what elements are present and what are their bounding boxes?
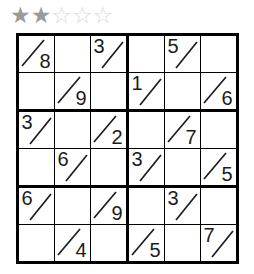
- slash-icon: [176, 42, 197, 68]
- star-filled-icon: ★: [10, 0, 31, 30]
- clue-graphic: 9: [91, 188, 126, 224]
- clue-digit: 3: [167, 188, 178, 209]
- cell-r4c5[interactable]: [165, 149, 201, 188]
- clue-digit: 5: [221, 163, 232, 185]
- clue-digit: 3: [21, 112, 32, 133]
- clue-graphic: 3: [129, 149, 164, 185]
- cell-r6c4[interactable]: 5: [129, 225, 165, 261]
- clue-graphic: 9: [55, 73, 90, 109]
- clue-graphic: 4: [55, 225, 90, 261]
- clue-graphic: 3: [165, 188, 200, 224]
- cell-r4c1[interactable]: [19, 149, 55, 188]
- star-empty-icon: ☆: [93, 0, 114, 30]
- sudoku-board: 835916327635693457: [16, 33, 239, 264]
- clue-graphic: 3: [19, 112, 54, 148]
- slash-icon: [176, 194, 197, 220]
- cell-r1c5[interactable]: 5: [165, 36, 201, 73]
- clue-digit: 2: [111, 126, 122, 148]
- clue-digit: 5: [167, 36, 178, 57]
- cell-r1c6[interactable]: [201, 36, 236, 73]
- slash-icon: [30, 194, 51, 220]
- slash-icon: [30, 118, 51, 144]
- cell-r1c3[interactable]: 3: [91, 36, 129, 73]
- cell-r4c2[interactable]: 6: [55, 149, 91, 188]
- cell-r4c6[interactable]: 5: [201, 149, 236, 188]
- cell-r2c3[interactable]: [91, 73, 129, 112]
- cell-r2c2[interactable]: 9: [55, 73, 91, 112]
- cell-r5c6[interactable]: [201, 188, 236, 225]
- cell-r3c5[interactable]: 7: [165, 112, 201, 149]
- cell-r3c2[interactable]: [55, 112, 91, 149]
- cell-r1c2[interactable]: [55, 36, 91, 73]
- clue-digit: 3: [131, 149, 142, 170]
- cell-r2c6[interactable]: 6: [201, 73, 236, 112]
- cell-r5c3[interactable]: 9: [91, 188, 129, 225]
- cell-r1c4[interactable]: [129, 36, 165, 73]
- clue-graphic: 8: [19, 36, 54, 72]
- cell-r5c5[interactable]: 3: [165, 188, 201, 225]
- cell-r6c1[interactable]: [19, 225, 55, 261]
- star-empty-icon: ☆: [51, 0, 72, 30]
- clue-graphic: 6: [201, 73, 236, 109]
- cell-r5c4[interactable]: [129, 188, 165, 225]
- cell-r6c6[interactable]: 7: [201, 225, 236, 261]
- cell-r6c2[interactable]: 4: [55, 225, 91, 261]
- clue-digit: 8: [39, 50, 50, 72]
- difficulty-rating: ★★☆☆☆: [10, 0, 113, 30]
- clue-digit: 6: [57, 149, 68, 170]
- star-filled-icon: ★: [31, 0, 52, 30]
- cell-r4c3[interactable]: [91, 149, 129, 188]
- clue-digit: 7: [185, 126, 196, 148]
- cell-r3c6[interactable]: [201, 112, 236, 149]
- clue-graphic: 7: [165, 112, 200, 148]
- clue-graphic: 5: [129, 225, 164, 261]
- cell-r3c4[interactable]: [129, 112, 165, 149]
- clue-graphic: 5: [201, 149, 236, 185]
- clue-digit: 7: [203, 225, 214, 246]
- clue-graphic: 1: [129, 73, 164, 109]
- cell-r2c5[interactable]: [165, 73, 201, 112]
- clue-digit: 6: [221, 87, 232, 109]
- cell-r1c1[interactable]: 8: [19, 36, 55, 73]
- clue-graphic: 2: [91, 112, 126, 148]
- clue-digit: 3: [93, 36, 104, 57]
- clue-digit: 4: [75, 239, 86, 261]
- clue-digit: 9: [75, 87, 86, 109]
- slash-icon: [140, 79, 161, 105]
- clue-graphic: 7: [201, 225, 236, 261]
- cell-r2c1[interactable]: [19, 73, 55, 112]
- clue-digit: 5: [149, 239, 160, 261]
- slash-icon: [140, 155, 161, 181]
- cell-r4c4[interactable]: 3: [129, 149, 165, 188]
- clue-graphic: 3: [91, 36, 126, 72]
- cell-r5c1[interactable]: 6: [19, 188, 55, 225]
- cell-r3c1[interactable]: 3: [19, 112, 55, 149]
- clue-digit: 9: [111, 202, 122, 224]
- star-empty-icon: ☆: [72, 0, 93, 30]
- cell-r6c5[interactable]: [165, 225, 201, 261]
- clue-graphic: 5: [165, 36, 200, 72]
- clue-graphic: 6: [19, 188, 54, 224]
- cell-r6c3[interactable]: [91, 225, 129, 261]
- clue-graphic: 6: [55, 149, 90, 185]
- slash-icon: [102, 42, 123, 68]
- cell-r2c4[interactable]: 1: [129, 73, 165, 112]
- slash-icon: [212, 231, 233, 257]
- clue-digit: 1: [131, 73, 142, 94]
- clue-digit: 6: [21, 188, 32, 209]
- slash-icon: [66, 155, 87, 181]
- cell-r5c2[interactable]: [55, 188, 91, 225]
- cell-r3c3[interactable]: 2: [91, 112, 129, 149]
